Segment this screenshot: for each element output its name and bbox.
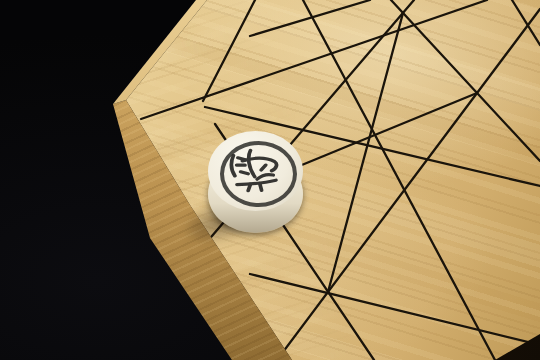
grid-line-next-rank — [250, 274, 540, 345]
grid-line-far-file — [512, 0, 540, 45]
grid-line-centre-file — [303, 0, 495, 360]
grid-line-palace-diagonal-1 — [328, 13, 403, 292]
black-general-piece[interactable]: 將 — [208, 131, 303, 233]
grid-line-outer-frame — [250, 0, 370, 36]
general-glyph-icon — [224, 144, 286, 197]
grid-line-palace-right-file — [277, 9, 540, 360]
photo-stage: 將 — [0, 0, 540, 360]
grid-line-border-file — [203, 0, 255, 101]
grid-line-palace-back-rank — [391, 0, 540, 161]
